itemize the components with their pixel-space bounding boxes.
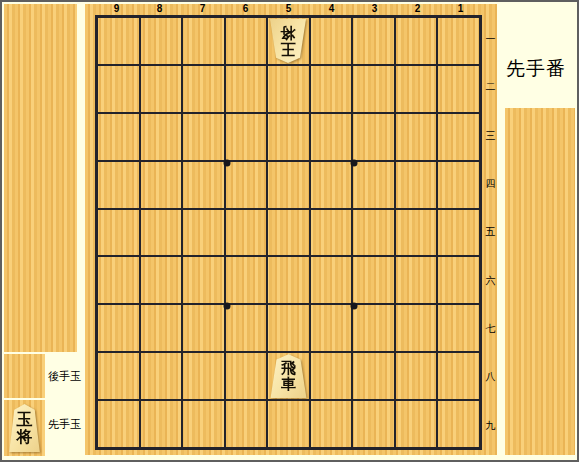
square-6-6[interactable] xyxy=(225,256,268,304)
square-7-1[interactable] xyxy=(182,17,225,65)
square-8-6[interactable] xyxy=(140,256,183,304)
square-1-8[interactable] xyxy=(437,352,480,400)
square-6-9[interactable] xyxy=(225,400,268,448)
square-9-9[interactable] xyxy=(97,400,140,448)
square-5-5[interactable] xyxy=(267,209,310,257)
rank-label: 五 xyxy=(484,208,497,256)
square-6-3[interactable] xyxy=(225,113,268,161)
shogi-board: 9 8 7 6 5 4 3 2 1 王将飛車 一 二 三 四 五 六 七 八 九 xyxy=(85,4,497,455)
sente-piece-tray[interactable] xyxy=(505,108,575,455)
square-1-4[interactable] xyxy=(437,161,480,209)
square-9-7[interactable] xyxy=(97,304,140,352)
rank-label: 二 xyxy=(484,63,497,111)
square-6-4[interactable] xyxy=(225,161,268,209)
file-label: 4 xyxy=(310,4,353,14)
sente-king-holder[interactable]: 玉将 xyxy=(4,400,45,456)
square-5-2[interactable] xyxy=(267,65,310,113)
piece-kanji: 飛 xyxy=(281,360,296,376)
square-9-1[interactable] xyxy=(97,17,140,65)
square-8-8[interactable] xyxy=(140,352,183,400)
rank-label: 八 xyxy=(484,353,497,401)
square-2-6[interactable] xyxy=(395,256,438,304)
piece-kanji: 玉 xyxy=(17,411,33,428)
square-2-3[interactable] xyxy=(395,113,438,161)
square-3-6[interactable] xyxy=(352,256,395,304)
file-label: 1 xyxy=(439,4,482,14)
shogi-editor-window: 後手玉 玉将 先手玉 9 8 7 6 5 4 3 2 1 王将飛車 一 二 三 … xyxy=(0,0,579,462)
file-label: 6 xyxy=(224,4,267,14)
square-9-2[interactable] xyxy=(97,65,140,113)
square-8-3[interactable] xyxy=(140,113,183,161)
square-5-9[interactable] xyxy=(267,400,310,448)
gote-king-piece[interactable]: 王将 xyxy=(268,19,308,63)
square-4-4[interactable] xyxy=(310,161,353,209)
star-point xyxy=(351,303,358,310)
file-label: 5 xyxy=(267,4,310,14)
square-7-7[interactable] xyxy=(182,304,225,352)
file-label: 9 xyxy=(95,4,138,14)
square-4-6[interactable] xyxy=(310,256,353,304)
square-7-6[interactable] xyxy=(182,256,225,304)
square-6-2[interactable] xyxy=(225,65,268,113)
file-labels: 9 8 7 6 5 4 3 2 1 xyxy=(95,4,482,14)
square-7-2[interactable] xyxy=(182,65,225,113)
square-8-4[interactable] xyxy=(140,161,183,209)
turn-indicator: 先手番 xyxy=(506,56,566,82)
square-1-6[interactable] xyxy=(437,256,480,304)
square-7-3[interactable] xyxy=(182,113,225,161)
square-8-5[interactable] xyxy=(140,209,183,257)
rank-labels: 一 二 三 四 五 六 七 八 九 xyxy=(484,15,497,450)
piece-kanji: 車 xyxy=(281,376,296,392)
sente-king-holder-label: 先手玉 xyxy=(48,419,86,430)
piece-kanji: 将 xyxy=(281,25,296,41)
square-3-7[interactable] xyxy=(352,304,395,352)
square-6-7[interactable] xyxy=(225,304,268,352)
square-4-3[interactable] xyxy=(310,113,353,161)
square-9-3[interactable] xyxy=(97,113,140,161)
square-2-2[interactable] xyxy=(395,65,438,113)
square-8-9[interactable] xyxy=(140,400,183,448)
square-6-1[interactable] xyxy=(225,17,268,65)
rank-label: 九 xyxy=(484,402,497,450)
square-1-7[interactable] xyxy=(437,304,480,352)
square-4-2[interactable] xyxy=(310,65,353,113)
square-9-6[interactable] xyxy=(97,256,140,304)
rank-label: 六 xyxy=(484,257,497,305)
file-label: 3 xyxy=(353,4,396,14)
piece-kanji: 将 xyxy=(17,428,33,445)
gote-piece-tray[interactable] xyxy=(4,4,77,352)
square-3-5[interactable] xyxy=(352,209,395,257)
square-4-5[interactable] xyxy=(310,209,353,257)
rank-label: 一 xyxy=(484,15,497,63)
square-7-8[interactable] xyxy=(182,352,225,400)
file-label: 2 xyxy=(396,4,439,14)
square-7-4[interactable] xyxy=(182,161,225,209)
square-1-5[interactable] xyxy=(437,209,480,257)
square-5-7[interactable] xyxy=(267,304,310,352)
square-2-4[interactable] xyxy=(395,161,438,209)
square-6-5[interactable] xyxy=(225,209,268,257)
square-3-3[interactable] xyxy=(352,113,395,161)
gote-king-holder-label: 後手玉 xyxy=(48,371,86,382)
square-2-1[interactable] xyxy=(395,17,438,65)
square-2-5[interactable] xyxy=(395,209,438,257)
square-5-8[interactable]: 飛車 xyxy=(267,352,310,400)
square-3-4[interactable] xyxy=(352,161,395,209)
square-1-3[interactable] xyxy=(437,113,480,161)
square-8-7[interactable] xyxy=(140,304,183,352)
square-4-9[interactable] xyxy=(310,400,353,448)
square-1-1[interactable] xyxy=(437,17,480,65)
square-6-8[interactable] xyxy=(225,352,268,400)
gote-king-holder[interactable] xyxy=(4,354,45,398)
square-3-8[interactable] xyxy=(352,352,395,400)
square-2-9[interactable] xyxy=(395,400,438,448)
piece-kanji: 王 xyxy=(281,41,296,57)
square-5-1[interactable]: 王将 xyxy=(267,17,310,65)
square-4-7[interactable] xyxy=(310,304,353,352)
rank-label: 七 xyxy=(484,305,497,353)
square-3-2[interactable] xyxy=(352,65,395,113)
square-8-1[interactable] xyxy=(140,17,183,65)
sente-rook-piece[interactable]: 飛車 xyxy=(268,354,308,398)
square-5-4[interactable] xyxy=(267,161,310,209)
square-8-2[interactable] xyxy=(140,65,183,113)
square-2-8[interactable] xyxy=(395,352,438,400)
rank-label: 四 xyxy=(484,160,497,208)
square-4-8[interactable] xyxy=(310,352,353,400)
sente-king-piece[interactable]: 玉将 xyxy=(8,404,42,452)
square-9-8[interactable] xyxy=(97,352,140,400)
square-7-9[interactable] xyxy=(182,400,225,448)
board-grid: 王将飛車 xyxy=(95,15,482,450)
square-5-3[interactable] xyxy=(267,113,310,161)
square-5-6[interactable] xyxy=(267,256,310,304)
square-7-5[interactable] xyxy=(182,209,225,257)
square-2-7[interactable] xyxy=(395,304,438,352)
file-label: 8 xyxy=(138,4,181,14)
rank-label: 三 xyxy=(484,112,497,160)
square-1-2[interactable] xyxy=(437,65,480,113)
star-point xyxy=(351,159,358,166)
square-4-1[interactable] xyxy=(310,17,353,65)
square-9-4[interactable] xyxy=(97,161,140,209)
square-1-9[interactable] xyxy=(437,400,480,448)
file-label: 7 xyxy=(181,4,224,14)
square-3-1[interactable] xyxy=(352,17,395,65)
square-9-5[interactable] xyxy=(97,209,140,257)
star-point xyxy=(223,159,230,166)
star-point xyxy=(223,303,230,310)
square-3-9[interactable] xyxy=(352,400,395,448)
